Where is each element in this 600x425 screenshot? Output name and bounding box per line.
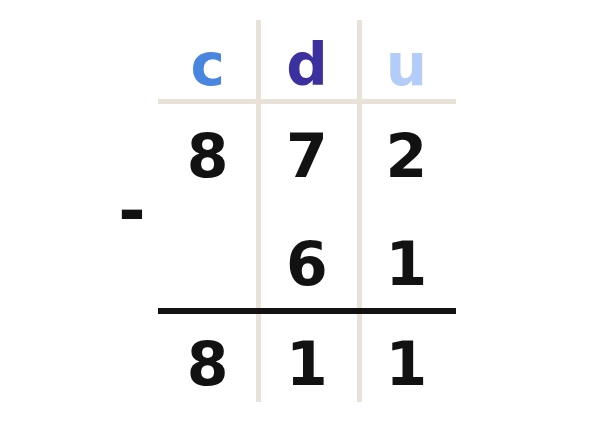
minuend-tens-digit: 7	[257, 104, 356, 206]
difference-tens-digit: 1	[257, 314, 356, 402]
minus-sign: -	[108, 180, 156, 240]
place-value-grid: c d u 8 7 2 6 1 8 1 1	[158, 20, 456, 402]
minuend-hundreds-digit: 8	[158, 104, 257, 206]
difference-hundreds-digit: 8	[158, 314, 257, 402]
column-divider-d-u	[357, 20, 362, 402]
column-divider-c-d	[256, 20, 261, 402]
header-cell-d: d	[257, 20, 356, 104]
header-cell-u: u	[357, 20, 456, 104]
subtrahend-hundreds-cell	[158, 206, 257, 314]
difference-units-digit: 1	[357, 314, 456, 402]
header-underline	[158, 99, 456, 104]
subtrahend-tens-digit: 6	[257, 206, 356, 314]
equals-rule-line	[158, 308, 456, 314]
worksheet-canvas: - c d u 8 7 2 6 1 8 1 1	[0, 0, 600, 425]
header-cell-c: c	[158, 20, 257, 104]
subtraction-grid: c d u 8 7 2 6 1 8 1 1	[158, 20, 456, 402]
minuend-units-digit: 2	[357, 104, 456, 206]
subtrahend-units-digit: 1	[357, 206, 456, 314]
